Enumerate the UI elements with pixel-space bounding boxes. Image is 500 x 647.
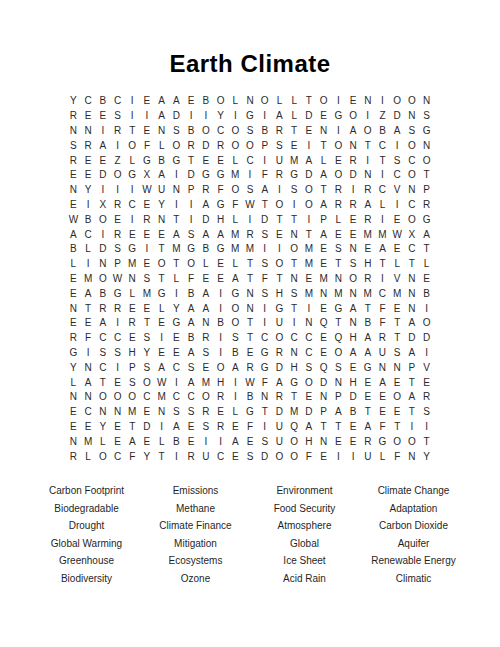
grid-cell[interactable]: D — [257, 449, 272, 464]
grid-cell[interactable]: G — [331, 301, 346, 316]
grid-cell[interactable]: N — [66, 301, 81, 316]
grid-cell[interactable]: T — [287, 257, 302, 272]
grid-cell[interactable]: N — [243, 301, 258, 316]
grid-cell[interactable]: I — [198, 109, 213, 124]
grid-cell[interactable]: A — [419, 227, 434, 242]
grid-cell[interactable]: T — [257, 405, 272, 420]
grid-cell[interactable]: N — [405, 183, 420, 198]
grid-cell[interactable]: E — [390, 301, 405, 316]
grid-cell[interactable]: H — [125, 346, 140, 361]
grid-cell[interactable]: S — [331, 242, 346, 257]
grid-cell[interactable]: E — [390, 212, 405, 227]
grid-cell[interactable]: G — [419, 124, 434, 139]
grid-cell[interactable]: S — [419, 405, 434, 420]
grid-cell[interactable]: T — [405, 375, 420, 390]
grid-cell[interactable]: R — [81, 138, 96, 153]
grid-cell[interactable]: C — [213, 449, 228, 464]
grid-cell[interactable]: T — [140, 316, 155, 331]
grid-cell[interactable]: R — [272, 168, 287, 183]
grid-cell[interactable]: O — [405, 434, 420, 449]
grid-cell[interactable]: R — [66, 331, 81, 346]
grid-cell[interactable]: Y — [140, 346, 155, 361]
grid-cell[interactable]: L — [228, 212, 243, 227]
grid-cell[interactable]: E — [66, 168, 81, 183]
grid-cell[interactable]: P — [331, 390, 346, 405]
grid-cell[interactable]: O — [302, 198, 317, 213]
grid-cell[interactable]: A — [228, 434, 243, 449]
grid-cell[interactable]: N — [81, 390, 96, 405]
grid-cell[interactable]: B — [346, 405, 361, 420]
grid-cell[interactable]: M — [302, 242, 317, 257]
grid-cell[interactable]: N — [316, 286, 331, 301]
grid-cell[interactable]: E — [110, 212, 125, 227]
grid-cell[interactable]: I — [287, 316, 302, 331]
grid-cell[interactable]: G — [198, 168, 213, 183]
grid-cell[interactable]: R — [140, 212, 155, 227]
grid-cell[interactable]: S — [302, 360, 317, 375]
grid-cell[interactable]: N — [375, 360, 390, 375]
grid-cell[interactable]: H — [360, 257, 375, 272]
grid-cell[interactable]: O — [346, 109, 361, 124]
grid-cell[interactable]: I — [110, 316, 125, 331]
grid-cell[interactable]: E — [81, 420, 96, 435]
grid-cell[interactable]: C — [81, 94, 96, 109]
grid-cell[interactable]: I — [184, 109, 199, 124]
grid-cell[interactable]: A — [302, 420, 317, 435]
grid-cell[interactable]: T — [272, 212, 287, 227]
grid-cell[interactable]: D — [198, 138, 213, 153]
grid-cell[interactable]: I — [125, 183, 140, 198]
grid-cell[interactable]: N — [66, 390, 81, 405]
grid-cell[interactable]: O — [95, 212, 110, 227]
grid-cell[interactable]: A — [184, 301, 199, 316]
grid-cell[interactable]: B — [257, 124, 272, 139]
grid-cell[interactable]: T — [331, 257, 346, 272]
grid-cell[interactable]: U — [272, 420, 287, 435]
grid-cell[interactable]: W — [154, 375, 169, 390]
grid-cell[interactable]: O — [243, 138, 258, 153]
grid-cell[interactable]: S — [184, 360, 199, 375]
grid-cell[interactable]: C — [213, 124, 228, 139]
grid-cell[interactable]: A — [316, 227, 331, 242]
grid-cell[interactable]: R — [243, 227, 258, 242]
grid-cell[interactable]: E — [140, 257, 155, 272]
grid-cell[interactable]: T — [287, 301, 302, 316]
grid-cell[interactable]: E — [243, 434, 258, 449]
grid-cell[interactable]: F — [243, 420, 258, 435]
grid-cell[interactable]: L — [154, 434, 169, 449]
grid-cell[interactable]: S — [243, 449, 258, 464]
grid-cell[interactable]: E — [375, 405, 390, 420]
grid-cell[interactable]: O — [272, 449, 287, 464]
grid-cell[interactable]: E — [184, 94, 199, 109]
grid-cell[interactable]: C — [169, 360, 184, 375]
grid-cell[interactable]: R — [110, 198, 125, 213]
grid-cell[interactable]: R — [243, 360, 258, 375]
grid-cell[interactable]: G — [169, 316, 184, 331]
grid-cell[interactable]: T — [287, 124, 302, 139]
grid-cell[interactable]: T — [81, 301, 96, 316]
grid-cell[interactable]: T — [419, 434, 434, 449]
grid-cell[interactable]: T — [419, 168, 434, 183]
grid-cell[interactable]: W — [140, 183, 155, 198]
grid-cell[interactable]: R — [331, 198, 346, 213]
grid-cell[interactable]: N — [316, 390, 331, 405]
grid-cell[interactable]: F — [125, 449, 140, 464]
grid-cell[interactable]: A — [316, 168, 331, 183]
grid-cell[interactable]: E — [302, 272, 317, 287]
grid-cell[interactable]: L — [228, 405, 243, 420]
grid-cell[interactable]: I — [110, 360, 125, 375]
grid-cell[interactable]: R — [346, 153, 361, 168]
grid-cell[interactable]: I — [302, 212, 317, 227]
grid-cell[interactable]: T — [154, 449, 169, 464]
grid-cell[interactable]: S — [243, 183, 258, 198]
grid-cell[interactable]: H — [213, 212, 228, 227]
grid-cell[interactable]: A — [198, 286, 213, 301]
grid-cell[interactable]: A — [198, 227, 213, 242]
grid-cell[interactable]: N — [346, 286, 361, 301]
grid-cell[interactable]: O — [346, 272, 361, 287]
grid-cell[interactable]: L — [316, 153, 331, 168]
grid-cell[interactable]: D — [169, 109, 184, 124]
grid-cell[interactable]: N — [154, 405, 169, 420]
grid-cell[interactable]: I — [331, 124, 346, 139]
grid-cell[interactable]: I — [95, 227, 110, 242]
grid-cell[interactable]: B — [198, 94, 213, 109]
grid-cell[interactable]: I — [154, 420, 169, 435]
grid-cell[interactable]: G — [375, 434, 390, 449]
grid-cell[interactable]: I — [257, 109, 272, 124]
grid-cell[interactable]: B — [213, 316, 228, 331]
grid-cell[interactable]: A — [360, 346, 375, 361]
grid-cell[interactable]: D — [140, 420, 155, 435]
grid-cell[interactable]: M — [125, 257, 140, 272]
grid-cell[interactable]: O — [390, 390, 405, 405]
grid-cell[interactable]: R — [213, 420, 228, 435]
grid-cell[interactable]: N — [405, 109, 420, 124]
grid-cell[interactable]: O — [405, 138, 420, 153]
grid-cell[interactable]: B — [154, 153, 169, 168]
grid-cell[interactable]: R — [360, 212, 375, 227]
grid-cell[interactable]: E — [419, 375, 434, 390]
grid-cell[interactable]: E — [95, 109, 110, 124]
grid-cell[interactable]: T — [287, 212, 302, 227]
grid-cell[interactable]: O — [272, 331, 287, 346]
grid-cell[interactable]: C — [375, 138, 390, 153]
grid-cell[interactable]: A — [390, 124, 405, 139]
grid-cell[interactable]: E — [228, 420, 243, 435]
grid-cell[interactable]: O — [184, 257, 199, 272]
grid-cell[interactable]: D — [316, 375, 331, 390]
grid-cell[interactable]: O — [257, 94, 272, 109]
grid-cell[interactable]: L — [81, 242, 96, 257]
grid-cell[interactable]: I — [272, 183, 287, 198]
grid-cell[interactable]: A — [405, 346, 420, 361]
grid-cell[interactable]: E — [125, 227, 140, 242]
grid-cell[interactable]: G — [419, 212, 434, 227]
grid-cell[interactable]: R — [213, 138, 228, 153]
grid-cell[interactable]: E — [213, 272, 228, 287]
grid-cell[interactable]: A — [331, 405, 346, 420]
grid-cell[interactable]: C — [390, 168, 405, 183]
grid-cell[interactable]: N — [243, 286, 258, 301]
grid-cell[interactable]: Y — [66, 94, 81, 109]
grid-cell[interactable]: L — [375, 449, 390, 464]
grid-cell[interactable]: I — [198, 434, 213, 449]
grid-cell[interactable]: S — [419, 109, 434, 124]
grid-cell[interactable]: N — [95, 405, 110, 420]
grid-cell[interactable]: E — [198, 153, 213, 168]
grid-cell[interactable]: E — [419, 272, 434, 287]
grid-cell[interactable]: O — [316, 94, 331, 109]
grid-cell[interactable]: E — [390, 242, 405, 257]
grid-cell[interactable]: V — [419, 360, 434, 375]
grid-cell[interactable]: C — [287, 331, 302, 346]
grid-cell[interactable]: E — [331, 227, 346, 242]
grid-cell[interactable]: A — [346, 301, 361, 316]
grid-cell[interactable]: W — [110, 272, 125, 287]
grid-cell[interactable]: L — [95, 434, 110, 449]
grid-cell[interactable]: Y — [169, 301, 184, 316]
grid-cell[interactable]: L — [287, 94, 302, 109]
grid-cell[interactable]: F — [302, 449, 317, 464]
grid-cell[interactable]: L — [198, 257, 213, 272]
grid-cell[interactable]: W — [66, 212, 81, 227]
grid-cell[interactable]: E — [316, 301, 331, 316]
grid-cell[interactable]: C — [184, 390, 199, 405]
grid-cell[interactable]: T — [125, 124, 140, 139]
grid-cell[interactable]: A — [95, 316, 110, 331]
grid-cell[interactable]: N — [287, 272, 302, 287]
grid-cell[interactable]: M — [81, 434, 96, 449]
grid-cell[interactable]: O — [95, 449, 110, 464]
grid-cell[interactable]: O — [110, 390, 125, 405]
grid-cell[interactable]: O — [228, 124, 243, 139]
grid-cell[interactable]: U — [272, 153, 287, 168]
grid-cell[interactable]: N — [302, 316, 317, 331]
grid-cell[interactable]: R — [360, 272, 375, 287]
grid-cell[interactable]: R — [66, 109, 81, 124]
grid-cell[interactable]: B — [243, 390, 258, 405]
grid-cell[interactable]: U — [198, 449, 213, 464]
grid-cell[interactable]: R — [331, 183, 346, 198]
grid-cell[interactable]: A — [198, 198, 213, 213]
grid-cell[interactable]: E — [390, 405, 405, 420]
grid-cell[interactable]: G — [243, 405, 258, 420]
grid-cell[interactable]: S — [95, 346, 110, 361]
grid-cell[interactable]: I — [125, 212, 140, 227]
grid-cell[interactable]: N — [81, 360, 96, 375]
grid-cell[interactable]: R — [110, 301, 125, 316]
grid-cell[interactable]: E — [110, 375, 125, 390]
grid-cell[interactable]: F — [184, 272, 199, 287]
grid-cell[interactable]: E — [346, 227, 361, 242]
grid-cell[interactable]: S — [184, 227, 199, 242]
grid-cell[interactable]: O — [419, 153, 434, 168]
grid-cell[interactable]: Y — [81, 183, 96, 198]
grid-cell[interactable]: B — [66, 242, 81, 257]
grid-cell[interactable]: D — [419, 331, 434, 346]
grid-cell[interactable]: O — [287, 242, 302, 257]
grid-cell[interactable]: T — [243, 316, 258, 331]
grid-cell[interactable]: M — [302, 257, 317, 272]
grid-cell[interactable]: F — [375, 420, 390, 435]
grid-cell[interactable]: M — [316, 272, 331, 287]
grid-cell[interactable]: I — [405, 420, 420, 435]
grid-cell[interactable]: B — [184, 286, 199, 301]
grid-cell[interactable]: B — [228, 346, 243, 361]
grid-cell[interactable]: S — [390, 153, 405, 168]
grid-cell[interactable]: F — [375, 301, 390, 316]
grid-cell[interactable]: O — [125, 390, 140, 405]
grid-cell[interactable]: F — [81, 331, 96, 346]
grid-cell[interactable]: N — [95, 257, 110, 272]
grid-cell[interactable]: S — [243, 124, 258, 139]
grid-cell[interactable]: T — [360, 405, 375, 420]
grid-cell[interactable]: R — [66, 153, 81, 168]
grid-cell[interactable]: Z — [110, 153, 125, 168]
grid-cell[interactable]: A — [198, 301, 213, 316]
grid-cell[interactable]: S — [405, 124, 420, 139]
grid-cell[interactable]: E — [81, 168, 96, 183]
grid-cell[interactable]: G — [287, 168, 302, 183]
grid-cell[interactable]: E — [316, 257, 331, 272]
grid-cell[interactable]: D — [346, 168, 361, 183]
grid-cell[interactable]: O — [198, 124, 213, 139]
grid-cell[interactable]: O — [287, 449, 302, 464]
grid-cell[interactable]: V — [390, 183, 405, 198]
grid-cell[interactable]: E — [169, 331, 184, 346]
grid-cell[interactable]: W — [390, 227, 405, 242]
grid-cell[interactable]: D — [272, 360, 287, 375]
grid-cell[interactable]: A — [154, 94, 169, 109]
grid-cell[interactable]: O — [169, 138, 184, 153]
grid-cell[interactable]: I — [213, 331, 228, 346]
grid-cell[interactable]: T — [154, 242, 169, 257]
grid-cell[interactable]: W — [243, 375, 258, 390]
grid-cell[interactable]: U — [375, 346, 390, 361]
grid-cell[interactable]: O — [228, 138, 243, 153]
grid-cell[interactable]: P — [125, 360, 140, 375]
grid-cell[interactable]: I — [375, 272, 390, 287]
grid-cell[interactable]: L — [272, 94, 287, 109]
grid-cell[interactable]: I — [390, 198, 405, 213]
grid-cell[interactable]: A — [81, 375, 96, 390]
grid-cell[interactable]: G — [331, 109, 346, 124]
grid-cell[interactable]: T — [316, 138, 331, 153]
grid-cell[interactable]: P — [257, 138, 272, 153]
grid-cell[interactable]: N — [125, 272, 140, 287]
grid-cell[interactable]: M — [169, 242, 184, 257]
grid-cell[interactable]: E — [390, 375, 405, 390]
grid-cell[interactable]: N — [81, 124, 96, 139]
grid-cell[interactable]: I — [346, 183, 361, 198]
grid-cell[interactable]: I — [81, 198, 96, 213]
grid-cell[interactable]: E — [302, 390, 317, 405]
grid-cell[interactable]: A — [228, 272, 243, 287]
grid-cell[interactable]: I — [375, 94, 390, 109]
grid-cell[interactable]: Y — [66, 360, 81, 375]
grid-cell[interactable]: G — [272, 301, 287, 316]
grid-cell[interactable]: N — [287, 346, 302, 361]
grid-cell[interactable]: A — [360, 420, 375, 435]
grid-cell[interactable]: R — [360, 434, 375, 449]
grid-cell[interactable]: H — [302, 434, 317, 449]
grid-cell[interactable]: G — [125, 168, 140, 183]
grid-cell[interactable]: O — [390, 434, 405, 449]
grid-cell[interactable]: N — [405, 449, 420, 464]
grid-cell[interactable]: T — [390, 420, 405, 435]
grid-cell[interactable]: L — [169, 272, 184, 287]
grid-cell[interactable]: R — [198, 331, 213, 346]
grid-cell[interactable]: R — [272, 390, 287, 405]
grid-cell[interactable]: T — [316, 183, 331, 198]
grid-cell[interactable]: L — [66, 257, 81, 272]
grid-cell[interactable]: O — [228, 316, 243, 331]
grid-cell[interactable]: I — [213, 286, 228, 301]
grid-cell[interactable]: C — [302, 346, 317, 361]
grid-cell[interactable]: I — [360, 153, 375, 168]
grid-cell[interactable]: O — [228, 301, 243, 316]
grid-cell[interactable]: E — [140, 434, 155, 449]
grid-cell[interactable]: E — [228, 449, 243, 464]
grid-cell[interactable]: T — [169, 257, 184, 272]
grid-cell[interactable]: A — [360, 198, 375, 213]
grid-cell[interactable]: A — [213, 227, 228, 242]
grid-cell[interactable]: I — [110, 138, 125, 153]
grid-cell[interactable]: M — [228, 227, 243, 242]
grid-cell[interactable]: M — [375, 227, 390, 242]
grid-cell[interactable]: I — [184, 198, 199, 213]
grid-cell[interactable]: G — [110, 286, 125, 301]
grid-cell[interactable]: L — [390, 257, 405, 272]
grid-cell[interactable]: X — [140, 168, 155, 183]
grid-cell[interactable]: D — [302, 405, 317, 420]
grid-cell[interactable]: N — [390, 360, 405, 375]
grid-cell[interactable]: I — [302, 138, 317, 153]
grid-cell[interactable]: E — [316, 331, 331, 346]
grid-cell[interactable]: E — [140, 227, 155, 242]
grid-cell[interactable]: M — [228, 168, 243, 183]
grid-cell[interactable]: N — [405, 301, 420, 316]
grid-cell[interactable]: Y — [140, 449, 155, 464]
grid-cell[interactable]: N — [198, 316, 213, 331]
grid-cell[interactable]: A — [272, 109, 287, 124]
grid-cell[interactable]: I — [213, 301, 228, 316]
grid-cell[interactable]: N — [154, 124, 169, 139]
grid-cell[interactable]: A — [257, 183, 272, 198]
grid-cell[interactable]: G — [125, 242, 140, 257]
grid-cell[interactable]: S — [331, 360, 346, 375]
grid-cell[interactable]: V — [390, 272, 405, 287]
grid-cell[interactable]: E — [346, 212, 361, 227]
grid-cell[interactable]: A — [81, 286, 96, 301]
grid-cell[interactable]: I — [346, 449, 361, 464]
grid-cell[interactable]: L — [125, 286, 140, 301]
grid-cell[interactable]: E — [154, 346, 169, 361]
grid-cell[interactable]: N — [346, 138, 361, 153]
grid-cell[interactable]: L — [154, 138, 169, 153]
grid-cell[interactable]: I — [95, 183, 110, 198]
grid-cell[interactable]: T — [331, 420, 346, 435]
grid-cell[interactable]: R — [419, 198, 434, 213]
grid-cell[interactable]: D — [184, 168, 199, 183]
grid-cell[interactable]: C — [110, 94, 125, 109]
grid-cell[interactable]: E — [81, 153, 96, 168]
grid-cell[interactable]: E — [140, 124, 155, 139]
grid-cell[interactable]: L — [81, 449, 96, 464]
